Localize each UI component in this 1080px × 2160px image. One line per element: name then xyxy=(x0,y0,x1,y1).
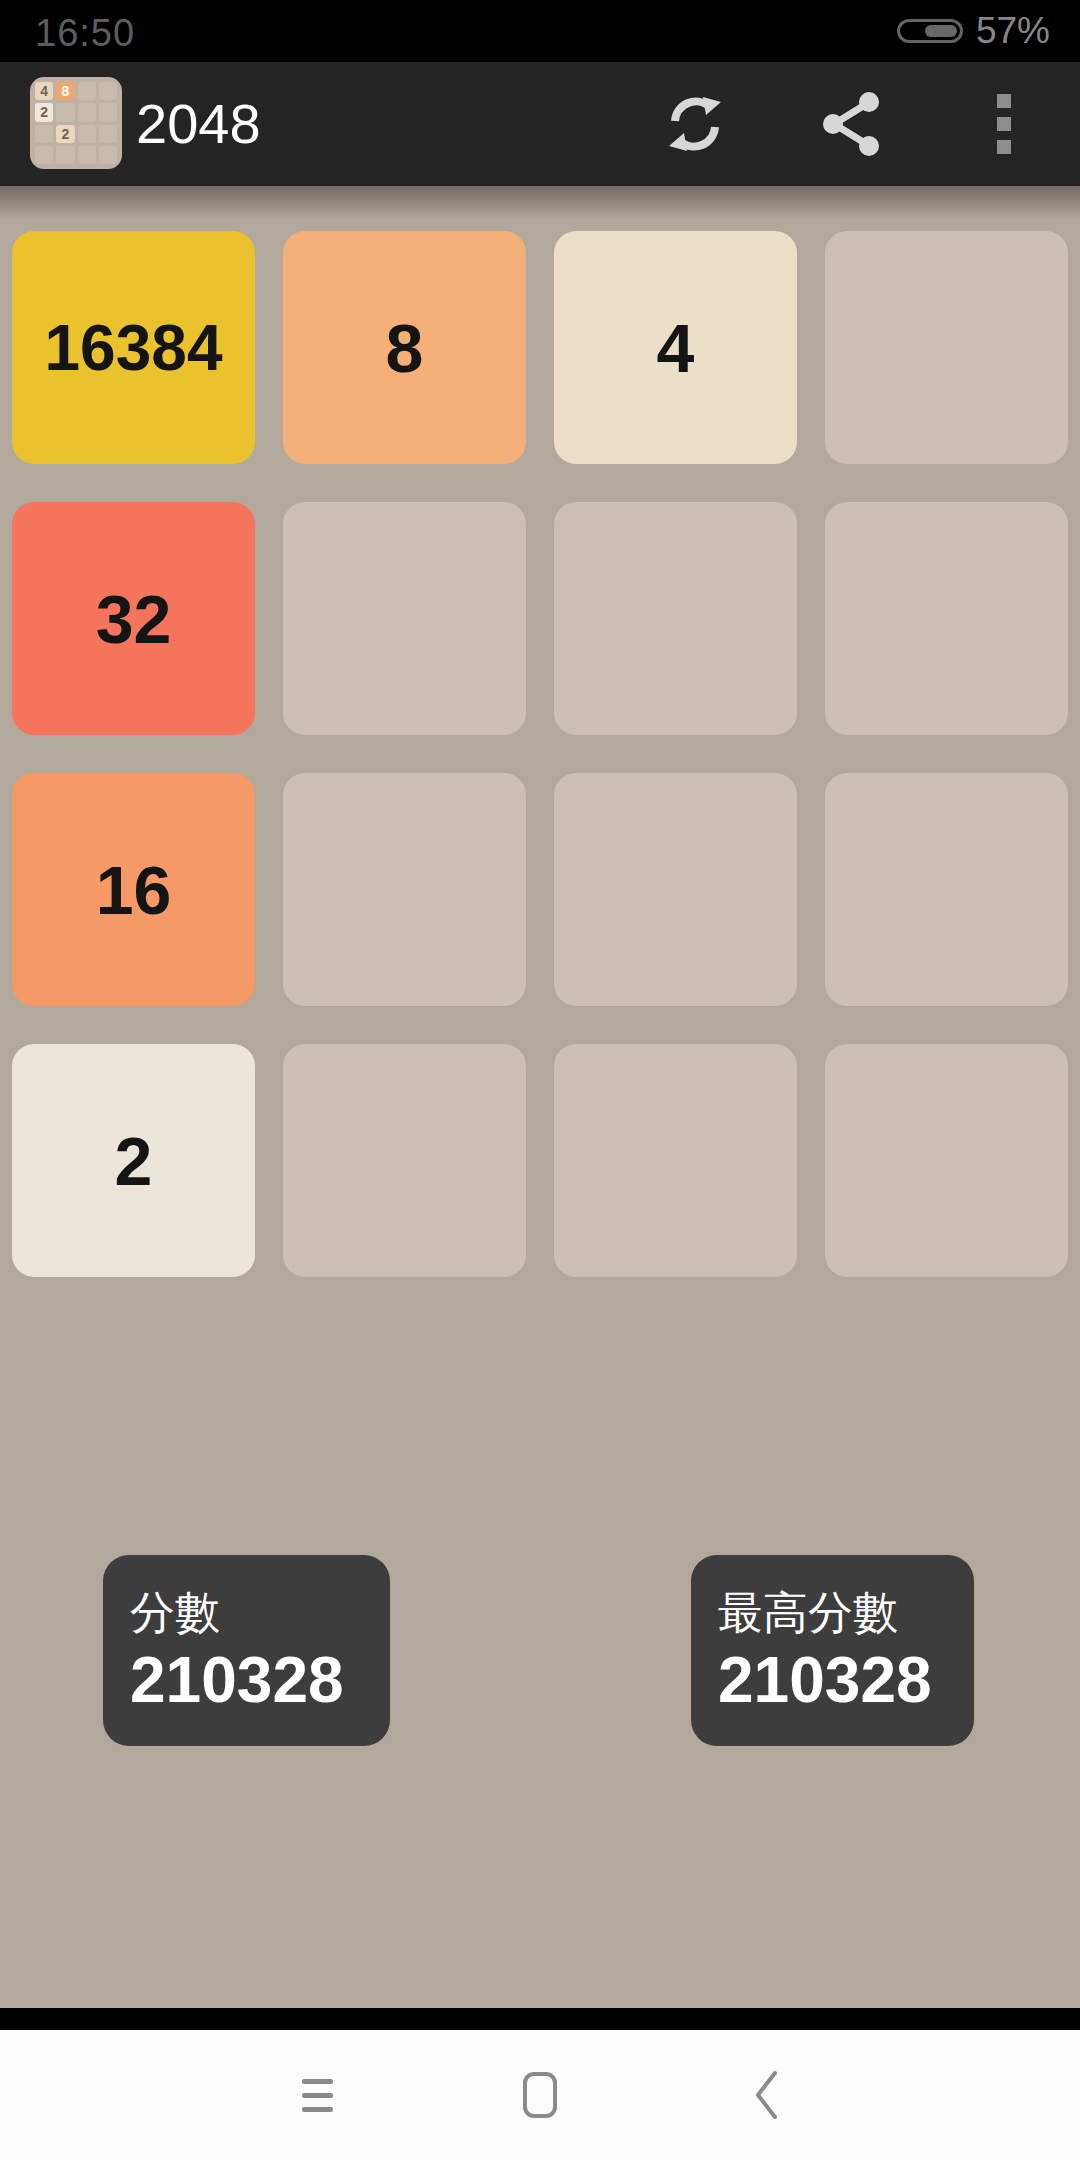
overflow-menu-button[interactable] xyxy=(976,62,1032,186)
app-icon-empty-cell xyxy=(99,125,117,143)
nav-divider-strip xyxy=(0,2008,1080,2030)
empty-cell-r3c1 xyxy=(283,1044,526,1277)
battery-percent: 57% xyxy=(976,10,1050,52)
navigation-bar xyxy=(0,2030,1080,2160)
score-row: 分數 210328 最高分數 210328 xyxy=(0,1555,1080,1746)
app-icon-tile-2: 2 xyxy=(35,103,53,121)
share-icon xyxy=(822,90,880,158)
empty-cell-r3c2 xyxy=(554,1044,797,1277)
status-right-group: 57% xyxy=(897,0,1050,62)
tile-r3c0-2: 2 xyxy=(12,1044,255,1277)
app-icon-empty-cell xyxy=(78,82,96,100)
app-icon-2048: 4822 xyxy=(30,77,122,169)
menu-button[interactable] xyxy=(257,2030,377,2160)
score-box: 分數 210328 xyxy=(103,1555,390,1746)
empty-cell-r2c3 xyxy=(825,773,1068,1006)
tile-r2c0-16: 16 xyxy=(12,773,255,1006)
tile-r0c1-8: 8 xyxy=(283,231,526,464)
refresh-icon xyxy=(663,89,727,159)
score-value: 210328 xyxy=(130,1645,363,1715)
app-icon-empty-cell xyxy=(99,103,117,121)
game-area: 163848432162 分數 210328 最高分數 210328 xyxy=(0,186,1080,2008)
empty-cell-r1c3 xyxy=(825,502,1068,735)
restart-button[interactable] xyxy=(650,62,740,186)
empty-cell-r1c1 xyxy=(283,502,526,735)
battery-fill xyxy=(925,25,957,37)
best-score-value: 210328 xyxy=(718,1645,947,1715)
best-score-label: 最高分數 xyxy=(718,1587,947,1639)
clock: 16:50 xyxy=(35,12,135,55)
app-icon-empty-cell xyxy=(35,146,53,164)
app-icon-empty-cell xyxy=(99,146,117,164)
home-button[interactable] xyxy=(480,2030,600,2160)
app-icon-empty-cell xyxy=(78,125,96,143)
back-chevron-icon xyxy=(753,2070,779,2120)
app-icon-empty-cell xyxy=(99,82,117,100)
overflow-dots-icon xyxy=(997,94,1011,154)
app-icon-empty-cell xyxy=(35,125,53,143)
app-icon-empty-cell xyxy=(56,103,74,121)
tile-r0c0-16384: 16384 xyxy=(12,231,255,464)
status-bar: 16:50 57% xyxy=(0,0,1080,62)
home-icon xyxy=(523,2072,557,2118)
empty-cell-r3c3 xyxy=(825,1044,1068,1277)
app-icon-empty-cell xyxy=(78,103,96,121)
share-button[interactable] xyxy=(808,62,894,186)
app-icon-tile-8: 8 xyxy=(56,82,74,100)
tile-r0c2-4: 4 xyxy=(554,231,797,464)
app-icon-tile-2: 2 xyxy=(56,125,74,143)
tile-r1c0-32: 32 xyxy=(12,502,255,735)
app-icon-empty-cell xyxy=(56,146,74,164)
score-label: 分數 xyxy=(130,1587,363,1639)
app-icon-tile-4: 4 xyxy=(35,82,53,100)
app-icon-empty-cell xyxy=(78,146,96,164)
battery-icon xyxy=(897,19,963,43)
app-bar: 4822 2048 xyxy=(0,62,1080,192)
game-board[interactable]: 163848432162 xyxy=(0,186,1080,1277)
best-score-box: 最高分數 210328 xyxy=(691,1555,974,1746)
empty-cell-r2c1 xyxy=(283,773,526,1006)
empty-cell-r0c3 xyxy=(825,231,1068,464)
app-title: 2048 xyxy=(136,91,261,156)
menu-icon xyxy=(302,2079,333,2112)
back-button[interactable] xyxy=(706,2030,826,2160)
empty-cell-r1c2 xyxy=(554,502,797,735)
empty-cell-r2c2 xyxy=(554,773,797,1006)
